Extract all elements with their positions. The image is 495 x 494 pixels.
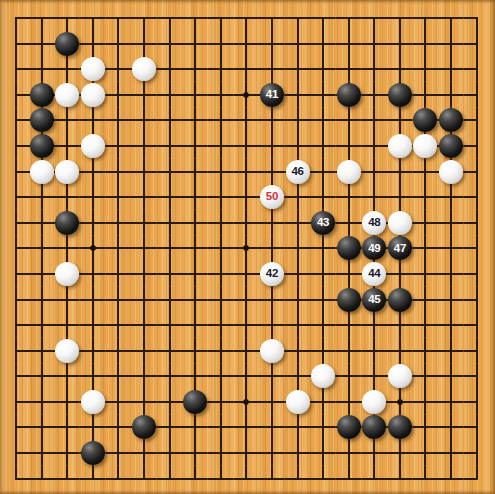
board-cell[interactable]	[208, 440, 234, 466]
board-cell[interactable]	[336, 82, 362, 108]
board-cell[interactable]	[438, 466, 464, 492]
board-cell[interactable]	[54, 159, 80, 185]
board-cell[interactable]	[106, 56, 132, 82]
board-cell[interactable]	[413, 184, 439, 210]
board-cell[interactable]	[336, 338, 362, 364]
board-cell[interactable]	[157, 236, 183, 262]
board-cell[interactable]	[285, 364, 311, 390]
board-cell[interactable]	[29, 312, 55, 338]
board-cell[interactable]	[259, 440, 285, 466]
board-cell[interactable]	[234, 5, 260, 31]
board-cell[interactable]	[285, 338, 311, 364]
board-cell[interactable]	[259, 5, 285, 31]
board-cell[interactable]	[464, 312, 490, 338]
board-cell[interactable]	[336, 31, 362, 57]
board-cell[interactable]	[29, 56, 55, 82]
board-cell[interactable]	[182, 338, 208, 364]
board-cell[interactable]	[182, 82, 208, 108]
board-cell[interactable]	[54, 82, 80, 108]
board-cell[interactable]	[285, 108, 311, 134]
board-cell[interactable]	[413, 440, 439, 466]
board-cell[interactable]	[310, 415, 336, 441]
board-cell[interactable]	[157, 5, 183, 31]
board-cell[interactable]	[3, 133, 29, 159]
board-cell[interactable]	[336, 133, 362, 159]
board-cell[interactable]	[387, 5, 413, 31]
board-cell[interactable]	[131, 236, 157, 262]
board-cell[interactable]	[362, 133, 388, 159]
board-cell[interactable]	[182, 389, 208, 415]
board-cell[interactable]	[80, 261, 106, 287]
board-cell[interactable]	[182, 236, 208, 262]
board-cell[interactable]	[285, 389, 311, 415]
board-cell[interactable]	[3, 287, 29, 313]
board-cell[interactable]	[438, 31, 464, 57]
board-cell[interactable]	[106, 415, 132, 441]
board-cell[interactable]	[3, 338, 29, 364]
board-cell[interactable]	[438, 133, 464, 159]
board-cell[interactable]	[80, 31, 106, 57]
board-cell[interactable]	[438, 184, 464, 210]
board-cell[interactable]	[413, 56, 439, 82]
board-cell[interactable]	[80, 466, 106, 492]
board-cell[interactable]	[387, 415, 413, 441]
board-cell[interactable]	[29, 210, 55, 236]
board-cell[interactable]	[362, 5, 388, 31]
board-cell[interactable]	[259, 338, 285, 364]
board-cell[interactable]	[54, 389, 80, 415]
board-cell[interactable]	[208, 56, 234, 82]
board-cell[interactable]	[336, 236, 362, 262]
board-cell[interactable]	[413, 5, 439, 31]
board-cell[interactable]	[464, 338, 490, 364]
board-cell[interactable]	[106, 466, 132, 492]
board-cell[interactable]	[438, 108, 464, 134]
board-cell[interactable]	[182, 440, 208, 466]
board-cell[interactable]	[362, 440, 388, 466]
board-cell[interactable]	[106, 261, 132, 287]
board-cell[interactable]	[310, 312, 336, 338]
board-cell[interactable]	[106, 159, 132, 185]
board-cell[interactable]	[438, 159, 464, 185]
board-cell[interactable]	[106, 287, 132, 313]
board-cell[interactable]	[464, 364, 490, 390]
board-cell[interactable]	[387, 108, 413, 134]
board-cell[interactable]	[285, 261, 311, 287]
board-cell[interactable]: 43	[310, 210, 336, 236]
board-cell[interactable]	[131, 440, 157, 466]
board-cell[interactable]	[54, 415, 80, 441]
board-cell[interactable]	[3, 159, 29, 185]
board-cell[interactable]	[54, 31, 80, 57]
board-cell[interactable]	[234, 184, 260, 210]
board-cell[interactable]	[131, 5, 157, 31]
board-cell[interactable]	[131, 287, 157, 313]
board-cell[interactable]	[157, 56, 183, 82]
board-cell[interactable]	[259, 312, 285, 338]
board-cell[interactable]	[285, 440, 311, 466]
board-cell[interactable]	[259, 415, 285, 441]
board-cell[interactable]	[310, 466, 336, 492]
board-cell[interactable]	[259, 287, 285, 313]
board-cell[interactable]	[54, 184, 80, 210]
board-cell[interactable]	[157, 108, 183, 134]
board-cell[interactable]	[54, 312, 80, 338]
board-cell[interactable]	[54, 364, 80, 390]
board-cell[interactable]	[362, 184, 388, 210]
board-cell[interactable]	[464, 56, 490, 82]
board-cell[interactable]: 47	[387, 236, 413, 262]
board-cell[interactable]	[234, 159, 260, 185]
board-cell[interactable]	[54, 466, 80, 492]
board-cell[interactable]	[438, 82, 464, 108]
board-cell[interactable]	[310, 440, 336, 466]
board-cell[interactable]	[234, 338, 260, 364]
board-cell[interactable]	[29, 159, 55, 185]
board-cell[interactable]	[54, 210, 80, 236]
board-cell[interactable]	[208, 466, 234, 492]
board-cell[interactable]	[131, 31, 157, 57]
board-cell[interactable]	[106, 338, 132, 364]
board-cell[interactable]	[413, 159, 439, 185]
board-cell[interactable]	[310, 5, 336, 31]
board-cell[interactable]	[131, 312, 157, 338]
board-cell[interactable]	[464, 415, 490, 441]
board-cell[interactable]: 50	[259, 184, 285, 210]
board-cell[interactable]	[131, 415, 157, 441]
board-cell[interactable]	[80, 440, 106, 466]
board-cell[interactable]	[131, 108, 157, 134]
board-cell[interactable]	[208, 5, 234, 31]
board-cell[interactable]	[54, 287, 80, 313]
board-cell[interactable]	[3, 56, 29, 82]
board-cell[interactable]	[336, 5, 362, 31]
board-cell[interactable]	[3, 184, 29, 210]
board-cell[interactable]	[362, 31, 388, 57]
board-cell[interactable]	[157, 440, 183, 466]
board-cell[interactable]	[131, 261, 157, 287]
board-cell[interactable]	[131, 159, 157, 185]
board-cell[interactable]	[80, 364, 106, 390]
board-cell[interactable]	[208, 159, 234, 185]
board-cell[interactable]	[29, 108, 55, 134]
board-cell[interactable]	[182, 31, 208, 57]
board-cell[interactable]	[387, 184, 413, 210]
board-cell[interactable]	[285, 82, 311, 108]
board-cell[interactable]	[157, 466, 183, 492]
board-cell[interactable]	[208, 389, 234, 415]
board-cell[interactable]	[29, 184, 55, 210]
board-cell[interactable]	[362, 82, 388, 108]
board-cell[interactable]	[438, 338, 464, 364]
board-cell[interactable]: 41	[259, 82, 285, 108]
board-cell[interactable]: 42	[259, 261, 285, 287]
board-cell[interactable]	[336, 56, 362, 82]
board-cell[interactable]	[234, 56, 260, 82]
board-cell[interactable]	[182, 56, 208, 82]
board-cell[interactable]	[310, 261, 336, 287]
board-cell[interactable]	[106, 133, 132, 159]
board-cell[interactable]	[387, 287, 413, 313]
board-cell[interactable]	[106, 108, 132, 134]
board-cell[interactable]	[464, 466, 490, 492]
board-cell[interactable]	[131, 210, 157, 236]
board-cell[interactable]	[106, 210, 132, 236]
board-cell[interactable]	[336, 108, 362, 134]
board-cell[interactable]	[3, 261, 29, 287]
board-cell[interactable]	[387, 82, 413, 108]
board-cell[interactable]	[413, 338, 439, 364]
board-cell[interactable]	[106, 236, 132, 262]
board-cell[interactable]	[80, 159, 106, 185]
board-cell[interactable]	[80, 210, 106, 236]
board-cell[interactable]	[80, 108, 106, 134]
board-cell[interactable]	[336, 261, 362, 287]
board-cell[interactable]	[438, 440, 464, 466]
board-cell[interactable]	[29, 440, 55, 466]
board-cell[interactable]	[80, 56, 106, 82]
board-cell[interactable]	[387, 210, 413, 236]
board-cell[interactable]	[80, 184, 106, 210]
board-cell[interactable]	[157, 287, 183, 313]
board-cell[interactable]	[285, 56, 311, 82]
board-cell[interactable]	[310, 364, 336, 390]
board-cell[interactable]	[234, 389, 260, 415]
board-cell[interactable]	[387, 389, 413, 415]
board-cell[interactable]	[3, 108, 29, 134]
board-cell[interactable]	[80, 415, 106, 441]
board-cell[interactable]	[234, 261, 260, 287]
board-cell[interactable]	[362, 56, 388, 82]
board-cell[interactable]	[464, 159, 490, 185]
board-cell[interactable]	[29, 236, 55, 262]
board-cell[interactable]	[208, 312, 234, 338]
board-cell[interactable]	[234, 364, 260, 390]
board-cell[interactable]	[438, 236, 464, 262]
board-cell[interactable]	[131, 184, 157, 210]
board-cell[interactable]	[80, 82, 106, 108]
board-cell[interactable]	[3, 364, 29, 390]
board-cell[interactable]	[3, 210, 29, 236]
board-cell[interactable]	[336, 389, 362, 415]
board-cell[interactable]	[182, 364, 208, 390]
board-cell[interactable]	[3, 389, 29, 415]
board-cell[interactable]	[336, 440, 362, 466]
board-cell[interactable]	[464, 440, 490, 466]
board-cell[interactable]	[208, 82, 234, 108]
board-cell[interactable]	[438, 312, 464, 338]
board-cell[interactable]	[106, 440, 132, 466]
board-cell[interactable]	[208, 210, 234, 236]
board-cell[interactable]	[285, 236, 311, 262]
board-cell[interactable]	[234, 287, 260, 313]
board-cell[interactable]	[336, 312, 362, 338]
board-cell[interactable]	[285, 312, 311, 338]
board-cell[interactable]	[208, 287, 234, 313]
board-cell[interactable]	[80, 5, 106, 31]
board-cell[interactable]	[259, 210, 285, 236]
board-cell[interactable]	[80, 338, 106, 364]
board-cell[interactable]	[234, 108, 260, 134]
board-cell[interactable]	[29, 466, 55, 492]
board-cell[interactable]	[182, 159, 208, 185]
board-cell[interactable]	[182, 5, 208, 31]
board-cell[interactable]	[131, 82, 157, 108]
board-cell[interactable]	[438, 415, 464, 441]
board-cell[interactable]	[208, 261, 234, 287]
board-cell[interactable]	[438, 287, 464, 313]
board-cell[interactable]	[234, 31, 260, 57]
board-cell[interactable]	[29, 389, 55, 415]
board-cell[interactable]	[182, 312, 208, 338]
board-cell[interactable]	[80, 236, 106, 262]
board-cell[interactable]	[106, 389, 132, 415]
board-cell[interactable]	[438, 5, 464, 31]
board-cell[interactable]	[464, 5, 490, 31]
board-cell[interactable]	[208, 338, 234, 364]
board-cell[interactable]	[182, 287, 208, 313]
board-cell[interactable]	[208, 108, 234, 134]
board-cell[interactable]	[285, 133, 311, 159]
board-cell[interactable]	[310, 184, 336, 210]
board-cell[interactable]	[362, 364, 388, 390]
board-cell[interactable]	[413, 287, 439, 313]
board-cell[interactable]	[362, 466, 388, 492]
board-cell[interactable]	[413, 133, 439, 159]
board-cell[interactable]	[157, 210, 183, 236]
board-cell[interactable]	[3, 466, 29, 492]
board-cell[interactable]	[285, 287, 311, 313]
board-cell[interactable]	[131, 466, 157, 492]
board-cell[interactable]	[310, 56, 336, 82]
board-cell[interactable]	[310, 287, 336, 313]
board-cell[interactable]	[464, 82, 490, 108]
board-cell[interactable]	[310, 31, 336, 57]
board-cell[interactable]	[3, 5, 29, 31]
board-cell[interactable]	[3, 82, 29, 108]
board-cell[interactable]	[157, 338, 183, 364]
board-cell[interactable]	[208, 236, 234, 262]
board-cell[interactable]	[131, 389, 157, 415]
board-cell[interactable]	[310, 82, 336, 108]
board-cell[interactable]	[234, 466, 260, 492]
board-cell[interactable]: 45	[362, 287, 388, 313]
board-cell[interactable]	[234, 415, 260, 441]
board-cell[interactable]	[259, 364, 285, 390]
board-cell[interactable]	[106, 82, 132, 108]
board-cell[interactable]	[413, 389, 439, 415]
board-cell[interactable]	[157, 133, 183, 159]
board-cell[interactable]	[131, 56, 157, 82]
board-cell[interactable]	[285, 466, 311, 492]
board-cell[interactable]: 44	[362, 261, 388, 287]
board-cell[interactable]	[157, 312, 183, 338]
board-cell[interactable]	[29, 5, 55, 31]
board-cell[interactable]	[157, 159, 183, 185]
board-cell[interactable]	[29, 82, 55, 108]
board-cell[interactable]	[157, 389, 183, 415]
board-cell[interactable]	[362, 108, 388, 134]
board-cell[interactable]	[182, 210, 208, 236]
board-cell[interactable]	[259, 466, 285, 492]
board-cell[interactable]	[413, 261, 439, 287]
board-cell[interactable]	[438, 261, 464, 287]
board-cell[interactable]	[464, 261, 490, 287]
board-cell[interactable]	[54, 56, 80, 82]
board-cell[interactable]	[464, 389, 490, 415]
board-cell[interactable]	[3, 415, 29, 441]
board-cell[interactable]	[208, 133, 234, 159]
board-cell[interactable]	[336, 184, 362, 210]
board-cell[interactable]	[234, 312, 260, 338]
board-cell[interactable]	[80, 312, 106, 338]
board-cell[interactable]	[387, 338, 413, 364]
board-cell[interactable]	[387, 440, 413, 466]
board-cell[interactable]	[157, 364, 183, 390]
board-cell[interactable]	[336, 159, 362, 185]
board-cell[interactable]	[106, 31, 132, 57]
board-cell[interactable]	[106, 312, 132, 338]
board-cell[interactable]	[413, 31, 439, 57]
board-cell[interactable]	[438, 389, 464, 415]
board-cell[interactable]	[387, 261, 413, 287]
board-cell[interactable]	[362, 338, 388, 364]
board-cell[interactable]: 49	[362, 236, 388, 262]
board-cell[interactable]	[259, 56, 285, 82]
board-cell[interactable]	[157, 82, 183, 108]
board-cell[interactable]	[413, 364, 439, 390]
board-cell[interactable]	[29, 261, 55, 287]
board-cell[interactable]	[387, 133, 413, 159]
board-cell[interactable]	[182, 184, 208, 210]
board-cell[interactable]	[182, 108, 208, 134]
board-cell[interactable]	[387, 364, 413, 390]
board-cell[interactable]	[259, 133, 285, 159]
board-cell[interactable]	[208, 184, 234, 210]
board-cell[interactable]	[29, 364, 55, 390]
board-cell[interactable]	[336, 287, 362, 313]
board-cell[interactable]	[208, 364, 234, 390]
board-cell[interactable]	[362, 389, 388, 415]
board-cell[interactable]	[464, 133, 490, 159]
board-cell[interactable]	[413, 466, 439, 492]
board-cell[interactable]	[464, 236, 490, 262]
board-cell[interactable]	[54, 338, 80, 364]
board-cell[interactable]	[438, 56, 464, 82]
board-cell[interactable]	[29, 31, 55, 57]
board-cell[interactable]	[413, 312, 439, 338]
board-cell[interactable]	[413, 236, 439, 262]
board-cell[interactable]	[387, 159, 413, 185]
board-cell[interactable]	[157, 415, 183, 441]
board-cell[interactable]	[362, 415, 388, 441]
board-cell[interactable]	[106, 5, 132, 31]
board-cell[interactable]	[310, 108, 336, 134]
board-cell[interactable]	[336, 466, 362, 492]
board-cell[interactable]	[3, 440, 29, 466]
board-cell[interactable]	[157, 31, 183, 57]
board-cell[interactable]	[29, 287, 55, 313]
board-cell[interactable]	[464, 108, 490, 134]
board-cell[interactable]	[285, 415, 311, 441]
board-cell[interactable]	[259, 389, 285, 415]
board-cell[interactable]	[413, 415, 439, 441]
board-cell[interactable]	[80, 287, 106, 313]
board-cell[interactable]	[234, 133, 260, 159]
board-cell[interactable]	[310, 338, 336, 364]
board-cell[interactable]	[259, 31, 285, 57]
board-cell[interactable]	[54, 440, 80, 466]
